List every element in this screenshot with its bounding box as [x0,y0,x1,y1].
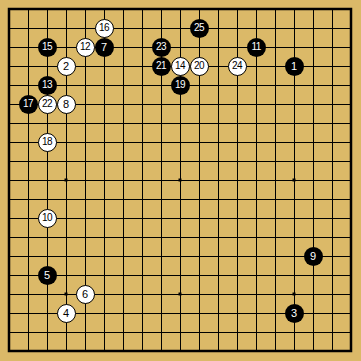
stone-black-5: 5 [38,266,57,285]
stone-move-number: 4 [63,308,69,319]
stone-white-18: 18 [38,133,57,152]
stone-move-number: 20 [194,61,204,71]
stone-move-number: 18 [42,137,52,147]
stone-black-3: 3 [285,304,304,323]
stone-move-number: 7 [101,42,107,53]
stone-white-12: 12 [76,38,95,57]
stone-move-number: 5 [44,270,50,281]
stone-move-number: 3 [291,308,297,319]
stone-move-number: 1 [291,61,297,72]
stone-black-19: 19 [171,76,190,95]
stone-move-number: 12 [80,42,90,52]
stone-black-13: 13 [38,76,57,95]
stone-black-15: 15 [38,38,57,57]
stone-move-number: 6 [82,289,88,300]
stone-move-number: 17 [23,99,33,109]
stone-move-number: 21 [156,61,166,71]
stone-move-number: 14 [175,61,185,71]
stone-white-24: 24 [228,57,247,76]
stone-white-16: 16 [95,19,114,38]
stone-move-number: 19 [175,80,185,90]
go-diagram: 1234567891011121314151617181920212223242… [0,0,361,361]
stone-move-number: 25 [194,23,204,33]
stone-black-11: 11 [247,38,266,57]
stone-black-9: 9 [304,247,323,266]
stone-move-number: 16 [99,23,109,33]
stones-layer: 1234567891011121314151617181920212223242… [0,0,361,361]
stone-move-number: 2 [63,61,69,72]
stone-move-number: 9 [310,251,316,262]
stone-white-14: 14 [171,57,190,76]
stone-black-17: 17 [19,95,38,114]
stone-white-4: 4 [57,304,76,323]
stone-white-8: 8 [57,95,76,114]
stone-black-1: 1 [285,57,304,76]
stone-black-25: 25 [190,19,209,38]
stone-black-7: 7 [95,38,114,57]
stone-black-23: 23 [152,38,171,57]
stone-move-number: 22 [42,99,52,109]
stone-move-number: 23 [156,42,166,52]
stone-white-20: 20 [190,57,209,76]
stone-white-10: 10 [38,209,57,228]
stone-move-number: 15 [42,42,52,52]
stone-white-2: 2 [57,57,76,76]
stone-move-number: 11 [251,42,260,52]
stone-black-21: 21 [152,57,171,76]
stone-white-22: 22 [38,95,57,114]
stone-move-number: 13 [42,80,52,90]
stone-white-6: 6 [76,285,95,304]
stone-move-number: 10 [42,213,52,223]
stone-move-number: 8 [63,99,69,110]
stone-move-number: 24 [232,61,242,71]
